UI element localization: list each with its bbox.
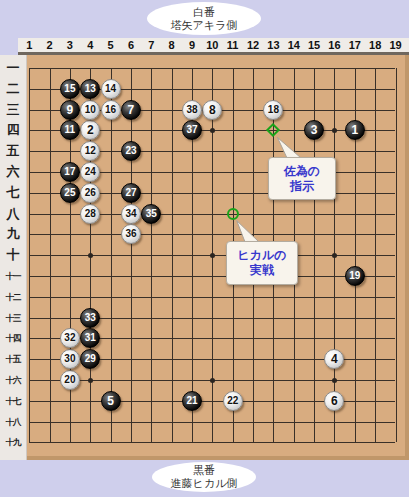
callout-text-line: 指示 (290, 179, 314, 194)
row-label-13: 十三 (0, 310, 26, 326)
stone-white-32: 32 (60, 328, 80, 348)
column-label-8: 8 (161, 38, 183, 52)
row-label-8: 八 (0, 206, 26, 222)
grid-hline-12 (29, 297, 395, 298)
hoshi-point (332, 253, 337, 258)
column-label-12: 12 (242, 38, 264, 52)
column-label-18: 18 (364, 38, 386, 52)
callout-text-line: ヒカルの (237, 248, 286, 263)
row-label-11: 十一 (0, 268, 26, 284)
black-turn-text: 黒番 (193, 464, 215, 477)
column-label-13: 13 (262, 38, 284, 52)
stone-black-19: 19 (345, 266, 365, 286)
hoshi-point (210, 128, 215, 133)
stone-white-30: 30 (60, 349, 80, 369)
row-label-12: 十二 (0, 289, 26, 305)
column-label-9: 9 (181, 38, 203, 52)
column-label-14: 14 (283, 38, 305, 52)
grid-hline-19 (29, 442, 395, 443)
column-label-11: 11 (222, 38, 244, 52)
white-turn-text: 白番 (193, 6, 215, 19)
callout-text-line: 実戦 (250, 263, 274, 278)
column-label-10: 10 (201, 38, 223, 52)
row-label-15: 十五 (0, 351, 26, 367)
row-label-7: 七 (0, 185, 26, 201)
black-player-name: 進藤ヒカル側 (171, 477, 238, 490)
hoshi-point (210, 378, 215, 383)
stone-white-38: 38 (182, 100, 202, 120)
stone-white-26: 26 (80, 183, 100, 203)
column-label-2: 2 (39, 38, 61, 52)
stone-white-10: 10 (80, 100, 100, 120)
row-labels: 一二三四五六七八九十十一十二十三十四十五十六十七十八十九 (0, 55, 27, 460)
row-label-4: 四 (0, 122, 26, 138)
stone-black-3: 3 (304, 120, 324, 140)
column-label-6: 6 (120, 38, 142, 52)
stone-black-9: 9 (60, 100, 80, 120)
stone-black-25: 25 (60, 183, 80, 203)
row-label-3: 三 (0, 102, 26, 118)
stone-black-27: 27 (121, 183, 141, 203)
stone-black-17: 17 (60, 162, 80, 182)
stone-white-4: 4 (324, 349, 344, 369)
stone-white-36: 36 (121, 224, 141, 244)
column-label-3: 3 (59, 38, 81, 52)
grid-hline-11 (29, 276, 395, 277)
white-player-label: 白番 塔矢アキラ側 (147, 2, 261, 35)
row-label-17: 十七 (0, 393, 26, 409)
stone-black-33: 33 (80, 308, 100, 328)
stone-white-12: 12 (80, 141, 100, 161)
column-label-16: 16 (323, 38, 345, 52)
row-label-1: 一 (0, 60, 26, 76)
hoshi-point (210, 253, 215, 258)
stone-white-20: 20 (60, 370, 80, 390)
grid-hline-18 (29, 422, 395, 423)
row-label-18: 十八 (0, 414, 26, 430)
stone-white-16: 16 (101, 100, 121, 120)
hoshi-point (88, 378, 93, 383)
callout-text-line: 佐為の (284, 164, 320, 179)
row-label-16: 十六 (0, 372, 26, 388)
stone-white-22: 22 (223, 391, 243, 411)
circle-marker (227, 208, 239, 220)
column-label-15: 15 (303, 38, 325, 52)
callout-hikaru-actual: ヒカルの実戦 (226, 241, 298, 285)
column-label-1: 1 (18, 38, 40, 52)
callout-sai-instruction: 佐為の指示 (268, 157, 336, 200)
hoshi-point (332, 378, 337, 383)
column-labels: 12345678910111213141516171819 (18, 38, 409, 55)
stone-white-24: 24 (80, 162, 100, 182)
goban: 1234567891011121314151617181920212223242… (27, 55, 409, 460)
stone-black-13: 13 (80, 79, 100, 99)
hoshi-point (88, 253, 93, 258)
column-label-7: 7 (140, 38, 162, 52)
row-label-19: 十九 (0, 434, 26, 450)
diamond-marker (266, 123, 280, 137)
stone-black-21: 21 (182, 391, 202, 411)
row-label-2: 二 (0, 81, 26, 97)
stone-white-28: 28 (80, 204, 100, 224)
grid-vline-19 (396, 68, 397, 442)
row-label-9: 九 (0, 226, 26, 242)
row-label-14: 十四 (0, 330, 26, 346)
stone-white-14: 14 (101, 79, 121, 99)
row-label-5: 五 (0, 143, 26, 159)
stone-black-31: 31 (80, 328, 100, 348)
stone-black-23: 23 (121, 141, 141, 161)
stone-black-37: 37 (182, 120, 202, 140)
hoshi-point (332, 128, 337, 133)
white-player-name: 塔矢アキラ側 (171, 19, 238, 32)
black-player-label: 黒番 進藤ヒカル側 (152, 462, 256, 492)
row-label-6: 六 (0, 164, 26, 180)
stone-black-29: 29 (80, 349, 100, 369)
grid-vline-18 (375, 68, 376, 442)
stone-white-18: 18 (263, 100, 283, 120)
stone-black-35: 35 (141, 204, 161, 224)
column-label-19: 19 (385, 38, 407, 52)
stone-white-34: 34 (121, 204, 141, 224)
stone-black-1: 1 (345, 120, 365, 140)
column-label-17: 17 (344, 38, 366, 52)
stone-black-11: 11 (60, 120, 80, 140)
row-label-10: 十 (0, 247, 26, 263)
stone-black-5: 5 (101, 391, 121, 411)
stone-black-7: 7 (121, 100, 141, 120)
stone-white-6: 6 (324, 391, 344, 411)
column-label-5: 5 (100, 38, 122, 52)
go-diagram-page: 白番 塔矢アキラ側 12345678910111213141516171819 … (0, 0, 409, 497)
stone-white-8: 8 (202, 100, 222, 120)
column-label-4: 4 (79, 38, 101, 52)
stone-white-2: 2 (80, 120, 100, 140)
stone-black-15: 15 (60, 79, 80, 99)
